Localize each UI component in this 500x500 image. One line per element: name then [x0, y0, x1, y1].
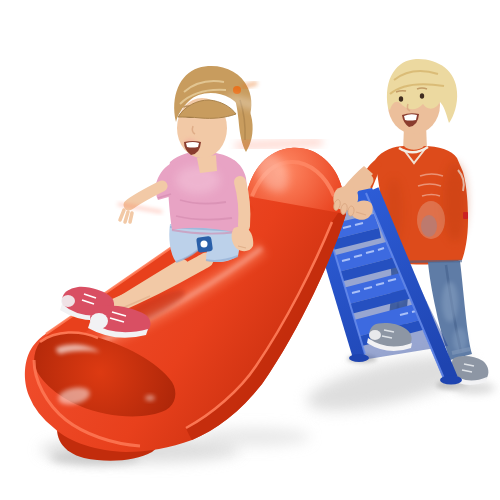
- boy-left-shoe-toe: [369, 330, 381, 340]
- girl-right-shoe-toe: [61, 295, 75, 307]
- product-image: [0, 0, 500, 500]
- hair-tie: [233, 86, 241, 94]
- far-rail-foot: [440, 376, 462, 385]
- shirt-tag: [463, 212, 468, 219]
- pool-sparkle: [145, 395, 155, 401]
- girl-left-shoe-toe: [90, 313, 108, 329]
- shirt-print-graphic: [421, 215, 437, 237]
- boy-right-eye: [420, 93, 424, 98]
- near-rail-foot: [349, 354, 369, 362]
- chute-shadow: [200, 428, 310, 446]
- shorts-patch-bird: [201, 241, 208, 248]
- red-motion-streak: [236, 142, 322, 146]
- product-photo: [0, 0, 500, 500]
- jeans-fade: [442, 282, 458, 322]
- girl-teeth: [186, 142, 199, 148]
- shirt-shading: [443, 162, 467, 242]
- boy-left-eye: [399, 96, 403, 101]
- girl-right-arm: [240, 182, 244, 226]
